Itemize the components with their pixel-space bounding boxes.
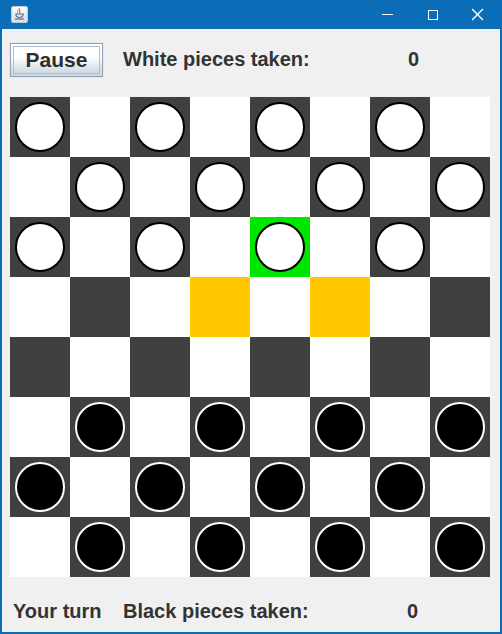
square-r4c6[interactable]	[370, 337, 430, 397]
square-r2c7[interactable]	[430, 217, 490, 277]
square-r6c6[interactable]	[370, 457, 430, 517]
black-piece[interactable]	[315, 402, 365, 452]
square-r0c4[interactable]	[250, 97, 310, 157]
square-r6c5[interactable]	[310, 457, 370, 517]
square-r0c7[interactable]	[430, 97, 490, 157]
white-piece[interactable]	[15, 222, 65, 272]
square-r2c1[interactable]	[70, 217, 130, 277]
square-r7c5[interactable]	[310, 517, 370, 577]
square-r0c3[interactable]	[190, 97, 250, 157]
square-r1c0[interactable]	[10, 157, 70, 217]
black-piece[interactable]	[135, 462, 185, 512]
square-r1c1[interactable]	[70, 157, 130, 217]
square-r3c6[interactable]	[370, 277, 430, 337]
square-r5c4[interactable]	[250, 397, 310, 457]
square-r3c2[interactable]	[130, 277, 190, 337]
square-r6c0[interactable]	[10, 457, 70, 517]
square-r7c7[interactable]	[430, 517, 490, 577]
black-piece[interactable]	[15, 462, 65, 512]
square-r1c5[interactable]	[310, 157, 370, 217]
square-r3c1[interactable]	[70, 277, 130, 337]
titlebar[interactable]	[2, 0, 500, 29]
square-r1c2[interactable]	[130, 157, 190, 217]
minimize-button[interactable]	[365, 0, 410, 29]
turn-indicator: Your turn	[13, 600, 102, 623]
square-r6c7[interactable]	[430, 457, 490, 517]
white-piece[interactable]	[375, 102, 425, 152]
white-taken-label: White pieces taken:	[123, 48, 310, 71]
square-r0c5[interactable]	[310, 97, 370, 157]
square-r4c5[interactable]	[310, 337, 370, 397]
square-r4c1[interactable]	[70, 337, 130, 397]
square-r2c3[interactable]	[190, 217, 250, 277]
square-r4c2[interactable]	[130, 337, 190, 397]
black-piece[interactable]	[315, 522, 365, 572]
square-r6c2[interactable]	[130, 457, 190, 517]
black-piece[interactable]	[75, 522, 125, 572]
square-r5c2[interactable]	[130, 397, 190, 457]
toolbar: Pause White pieces taken: 0	[2, 29, 500, 97]
maximize-icon	[428, 10, 438, 20]
square-r4c7[interactable]	[430, 337, 490, 397]
square-r3c4[interactable]	[250, 277, 310, 337]
white-piece[interactable]	[315, 162, 365, 212]
app-window: Pause White pieces taken: 0 Your turn Bl…	[0, 0, 502, 634]
checkers-board	[10, 97, 490, 577]
maximize-button[interactable]	[410, 0, 455, 29]
square-r2c4[interactable]	[250, 217, 310, 277]
black-taken-count: 0	[407, 600, 418, 623]
minimize-icon	[382, 14, 393, 15]
square-r3c3[interactable]	[190, 277, 250, 337]
square-r5c1[interactable]	[70, 397, 130, 457]
java-coffee-cup-icon[interactable]	[11, 6, 28, 23]
square-r5c6[interactable]	[370, 397, 430, 457]
square-r5c3[interactable]	[190, 397, 250, 457]
close-icon	[471, 8, 484, 21]
square-r6c3[interactable]	[190, 457, 250, 517]
square-r5c5[interactable]	[310, 397, 370, 457]
square-r2c2[interactable]	[130, 217, 190, 277]
square-r0c2[interactable]	[130, 97, 190, 157]
square-r3c7[interactable]	[430, 277, 490, 337]
white-piece[interactable]	[15, 102, 65, 152]
square-r1c4[interactable]	[250, 157, 310, 217]
square-r7c2[interactable]	[130, 517, 190, 577]
white-piece[interactable]	[195, 162, 245, 212]
statusbar: Your turn Black pieces taken: 0	[2, 577, 500, 630]
square-r0c1[interactable]	[70, 97, 130, 157]
black-piece[interactable]	[195, 522, 245, 572]
black-piece[interactable]	[375, 462, 425, 512]
square-r3c0[interactable]	[10, 277, 70, 337]
square-r0c6[interactable]	[370, 97, 430, 157]
white-piece[interactable]	[135, 222, 185, 272]
white-piece[interactable]	[135, 102, 185, 152]
black-piece[interactable]	[195, 402, 245, 452]
square-r7c1[interactable]	[70, 517, 130, 577]
black-piece[interactable]	[255, 462, 305, 512]
black-piece[interactable]	[435, 522, 485, 572]
black-piece[interactable]	[435, 402, 485, 452]
square-r1c6[interactable]	[370, 157, 430, 217]
white-taken-count: 0	[408, 48, 419, 71]
pause-button[interactable]: Pause	[10, 43, 103, 77]
square-r1c3[interactable]	[190, 157, 250, 217]
window-controls	[365, 0, 500, 29]
square-r0c0[interactable]	[10, 97, 70, 157]
square-r5c7[interactable]	[430, 397, 490, 457]
square-r2c6[interactable]	[370, 217, 430, 277]
black-taken-label: Black pieces taken:	[123, 600, 309, 623]
white-piece[interactable]	[375, 222, 425, 272]
square-r6c1[interactable]	[70, 457, 130, 517]
white-piece[interactable]	[255, 222, 305, 272]
square-r7c0[interactable]	[10, 517, 70, 577]
white-piece[interactable]	[435, 162, 485, 212]
black-piece[interactable]	[75, 402, 125, 452]
square-r1c7[interactable]	[430, 157, 490, 217]
square-r2c5[interactable]	[310, 217, 370, 277]
close-button[interactable]	[455, 0, 500, 29]
white-piece[interactable]	[255, 102, 305, 152]
square-r4c3[interactable]	[190, 337, 250, 397]
square-r2c0[interactable]	[10, 217, 70, 277]
square-r4c4[interactable]	[250, 337, 310, 397]
java-cup-glyph	[13, 8, 26, 21]
square-r3c5[interactable]	[310, 277, 370, 337]
square-r7c3[interactable]	[190, 517, 250, 577]
square-r5c0[interactable]	[10, 397, 70, 457]
square-r4c0[interactable]	[10, 337, 70, 397]
square-r6c4[interactable]	[250, 457, 310, 517]
square-r7c6[interactable]	[370, 517, 430, 577]
white-piece[interactable]	[75, 162, 125, 212]
square-r7c4[interactable]	[250, 517, 310, 577]
